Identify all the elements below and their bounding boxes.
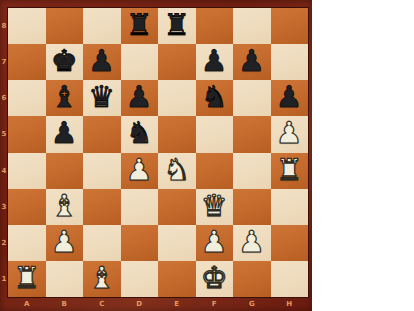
square-g4[interactable] [233, 153, 271, 189]
square-d6[interactable]: ♟ [121, 80, 159, 116]
file-labels: ABCDEFGH [8, 297, 308, 311]
rank-label-5: 5 [0, 116, 8, 152]
square-f2[interactable]: ♟ [196, 225, 234, 261]
square-b1[interactable] [46, 261, 84, 297]
square-b8[interactable] [46, 8, 84, 44]
square-b6[interactable]: ♝ [46, 80, 84, 116]
piece-wP: ♟ [126, 155, 153, 185]
square-c8[interactable] [83, 8, 121, 44]
rank-label-4: 4 [0, 153, 8, 189]
rank-label-1: 1 [0, 261, 8, 297]
board-squares: ♜♜♚♟♟♟♝♛♟♞♟♟♞♟♟♞♜♝♛♟♟♟♜♝♚ [8, 8, 308, 297]
piece-bP: ♟ [276, 82, 303, 112]
square-h5[interactable]: ♟ [271, 116, 309, 152]
rank-label-3: 3 [0, 189, 8, 225]
square-c7[interactable]: ♟ [83, 44, 121, 80]
square-h7[interactable] [271, 44, 309, 80]
square-f5[interactable] [196, 116, 234, 152]
square-f7[interactable]: ♟ [196, 44, 234, 80]
square-c4[interactable] [83, 153, 121, 189]
square-a7[interactable] [8, 44, 46, 80]
square-a4[interactable] [8, 153, 46, 189]
square-d2[interactable] [121, 225, 159, 261]
piece-wR: ♜ [13, 263, 40, 293]
file-label-c: C [83, 297, 121, 311]
square-a3[interactable] [8, 189, 46, 225]
piece-wP: ♟ [201, 227, 228, 257]
file-label-b: B [46, 297, 84, 311]
square-e4[interactable]: ♞ [158, 153, 196, 189]
file-label-g: G [233, 297, 271, 311]
square-c5[interactable] [83, 116, 121, 152]
square-e3[interactable] [158, 189, 196, 225]
square-g8[interactable] [233, 8, 271, 44]
square-a6[interactable] [8, 80, 46, 116]
square-f4[interactable] [196, 153, 234, 189]
piece-bP: ♟ [238, 46, 265, 76]
rank-labels: 87654321 [0, 8, 8, 297]
square-c3[interactable] [83, 189, 121, 225]
piece-bR: ♜ [163, 10, 190, 40]
square-g6[interactable] [233, 80, 271, 116]
square-c6[interactable]: ♛ [83, 80, 121, 116]
square-a1[interactable]: ♜ [8, 261, 46, 297]
square-f6[interactable]: ♞ [196, 80, 234, 116]
square-g2[interactable]: ♟ [233, 225, 271, 261]
square-c2[interactable] [83, 225, 121, 261]
square-b4[interactable] [46, 153, 84, 189]
square-b7[interactable]: ♚ [46, 44, 84, 80]
file-label-f: F [196, 297, 234, 311]
rank-label-7: 7 [0, 44, 8, 80]
file-label-h: H [271, 297, 309, 311]
square-d3[interactable] [121, 189, 159, 225]
file-label-d: D [121, 297, 159, 311]
piece-wR: ♜ [276, 155, 303, 185]
square-h4[interactable]: ♜ [271, 153, 309, 189]
square-g1[interactable] [233, 261, 271, 297]
piece-bP: ♟ [126, 82, 153, 112]
chess-board: 87654321 ♜♜♚♟♟♟♝♛♟♞♟♟♞♟♟♞♜♝♛♟♟♟♜♝♚ ABCDE… [0, 0, 312, 311]
rank-label-8: 8 [0, 8, 8, 44]
square-e2[interactable] [158, 225, 196, 261]
square-d5[interactable]: ♞ [121, 116, 159, 152]
piece-bR: ♜ [126, 10, 153, 40]
square-b5[interactable]: ♟ [46, 116, 84, 152]
square-g5[interactable] [233, 116, 271, 152]
square-b3[interactable]: ♝ [46, 189, 84, 225]
square-f3[interactable]: ♛ [196, 189, 234, 225]
square-e7[interactable] [158, 44, 196, 80]
square-a8[interactable] [8, 8, 46, 44]
piece-bN: ♞ [126, 118, 153, 148]
rank-label-6: 6 [0, 80, 8, 116]
square-e5[interactable] [158, 116, 196, 152]
square-g7[interactable]: ♟ [233, 44, 271, 80]
piece-bB: ♝ [51, 82, 78, 112]
piece-bP: ♟ [51, 118, 78, 148]
piece-wP: ♟ [238, 227, 265, 257]
square-b2[interactable]: ♟ [46, 225, 84, 261]
square-g3[interactable] [233, 189, 271, 225]
square-a2[interactable] [8, 225, 46, 261]
piece-wP: ♟ [276, 118, 303, 148]
piece-bN: ♞ [201, 82, 228, 112]
square-h2[interactable] [271, 225, 309, 261]
square-h3[interactable] [271, 189, 309, 225]
piece-bP: ♟ [88, 46, 115, 76]
square-a5[interactable] [8, 116, 46, 152]
square-d8[interactable]: ♜ [121, 8, 159, 44]
square-e1[interactable] [158, 261, 196, 297]
piece-bK: ♚ [51, 46, 78, 76]
square-h1[interactable] [271, 261, 309, 297]
square-f1[interactable]: ♚ [196, 261, 234, 297]
square-c1[interactable]: ♝ [83, 261, 121, 297]
piece-bQ: ♛ [88, 82, 115, 112]
file-label-e: E [158, 297, 196, 311]
piece-wB: ♝ [51, 191, 78, 221]
square-h8[interactable] [271, 8, 309, 44]
file-label-a: A [8, 297, 46, 311]
rank-label-2: 2 [0, 225, 8, 261]
piece-wB: ♝ [88, 263, 115, 293]
piece-wQ: ♛ [201, 191, 228, 221]
square-e8[interactable]: ♜ [158, 8, 196, 44]
piece-wK: ♚ [201, 263, 228, 293]
square-f8[interactable] [196, 8, 234, 44]
piece-wP: ♟ [51, 227, 78, 257]
piece-bP: ♟ [201, 46, 228, 76]
square-e6[interactable] [158, 80, 196, 116]
square-d1[interactable] [121, 261, 159, 297]
square-h6[interactable]: ♟ [271, 80, 309, 116]
piece-wN: ♞ [163, 155, 190, 185]
square-d7[interactable] [121, 44, 159, 80]
square-d4[interactable]: ♟ [121, 153, 159, 189]
